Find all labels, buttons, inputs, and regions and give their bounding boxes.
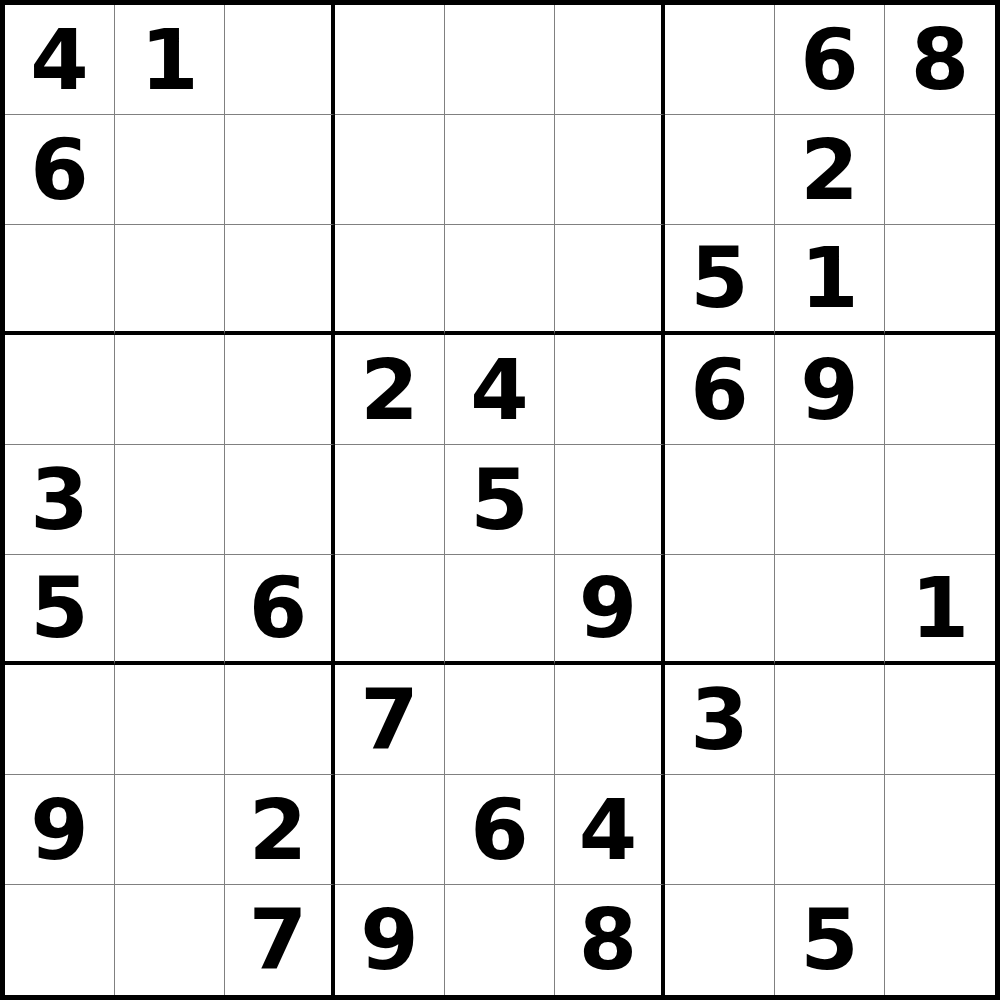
cell-r5c9[interactable] [885, 445, 995, 555]
given-digit: 9 [30, 788, 88, 872]
cell-r2c7[interactable] [665, 115, 775, 225]
given-digit: 3 [690, 678, 748, 762]
cell-r4c5[interactable]: 4 [445, 335, 555, 445]
given-digit: 2 [360, 348, 418, 432]
cell-r3c7[interactable]: 5 [665, 225, 775, 335]
cell-r4c7[interactable]: 6 [665, 335, 775, 445]
cell-r7c9[interactable] [885, 665, 995, 775]
given-digit: 6 [470, 788, 528, 872]
given-digit: 7 [249, 898, 307, 982]
cell-r6c9[interactable]: 1 [885, 555, 995, 665]
given-digit: 5 [470, 458, 528, 542]
cell-r5c3[interactable] [225, 445, 335, 555]
cell-r6c1[interactable]: 5 [5, 555, 115, 665]
given-digit: 8 [579, 898, 637, 982]
cell-r7c4[interactable]: 7 [335, 665, 445, 775]
cell-r7c7[interactable]: 3 [665, 665, 775, 775]
cell-r9c5[interactable] [445, 885, 555, 995]
cell-r3c2[interactable] [115, 225, 225, 335]
cell-r7c1[interactable] [5, 665, 115, 775]
cell-r2c1[interactable]: 6 [5, 115, 115, 225]
cell-r5c1[interactable]: 3 [5, 445, 115, 555]
cell-r1c6[interactable] [555, 5, 665, 115]
cell-r7c3[interactable] [225, 665, 335, 775]
given-digit: 2 [249, 788, 307, 872]
cell-r2c2[interactable] [115, 115, 225, 225]
cell-r8c4[interactable] [335, 775, 445, 885]
given-digit: 9 [800, 348, 858, 432]
cell-r6c6[interactable]: 9 [555, 555, 665, 665]
cell-r3c9[interactable] [885, 225, 995, 335]
cell-r4c2[interactable] [115, 335, 225, 445]
cell-r5c7[interactable] [665, 445, 775, 555]
cell-r3c3[interactable] [225, 225, 335, 335]
cell-r4c8[interactable]: 9 [775, 335, 885, 445]
cell-r3c4[interactable] [335, 225, 445, 335]
cell-r1c2[interactable]: 1 [115, 5, 225, 115]
cell-r9c6[interactable]: 8 [555, 885, 665, 995]
cell-r8c9[interactable] [885, 775, 995, 885]
cell-r3c5[interactable] [445, 225, 555, 335]
given-digit: 9 [360, 898, 418, 982]
cell-r4c4[interactable]: 2 [335, 335, 445, 445]
cell-r1c9[interactable]: 8 [885, 5, 995, 115]
cell-r6c5[interactable] [445, 555, 555, 665]
given-digit: 4 [30, 18, 88, 102]
cell-r2c6[interactable] [555, 115, 665, 225]
cell-r5c2[interactable] [115, 445, 225, 555]
cell-r2c8[interactable]: 2 [775, 115, 885, 225]
cell-r7c6[interactable] [555, 665, 665, 775]
given-digit: 2 [800, 128, 858, 212]
cell-r9c3[interactable]: 7 [225, 885, 335, 995]
given-digit: 9 [579, 566, 637, 650]
cell-r1c4[interactable] [335, 5, 445, 115]
given-digit: 5 [800, 898, 858, 982]
cell-r8c5[interactable]: 6 [445, 775, 555, 885]
cell-r8c8[interactable] [775, 775, 885, 885]
cell-r5c4[interactable] [335, 445, 445, 555]
cell-r8c7[interactable] [665, 775, 775, 885]
cell-r4c1[interactable] [5, 335, 115, 445]
cell-r2c3[interactable] [225, 115, 335, 225]
cell-r6c7[interactable] [665, 555, 775, 665]
given-digit: 8 [911, 18, 969, 102]
cell-r9c1[interactable] [5, 885, 115, 995]
cell-r4c3[interactable] [225, 335, 335, 445]
cell-r3c8[interactable]: 1 [775, 225, 885, 335]
given-digit: 1 [140, 18, 198, 102]
cell-r6c4[interactable] [335, 555, 445, 665]
given-digit: 5 [30, 566, 88, 650]
cell-r7c8[interactable] [775, 665, 885, 775]
cell-r5c6[interactable] [555, 445, 665, 555]
cell-r6c2[interactable] [115, 555, 225, 665]
cell-r9c2[interactable] [115, 885, 225, 995]
cell-r1c8[interactable]: 6 [775, 5, 885, 115]
cell-r9c8[interactable]: 5 [775, 885, 885, 995]
cell-r4c9[interactable] [885, 335, 995, 445]
given-digit: 6 [690, 348, 748, 432]
cell-r9c7[interactable] [665, 885, 775, 995]
given-digit: 6 [30, 128, 88, 212]
cell-r2c4[interactable] [335, 115, 445, 225]
cell-r1c3[interactable] [225, 5, 335, 115]
given-digit: 4 [579, 788, 637, 872]
cell-r6c8[interactable] [775, 555, 885, 665]
given-digit: 5 [690, 236, 748, 320]
given-digit: 6 [800, 18, 858, 102]
cell-r2c9[interactable] [885, 115, 995, 225]
cell-r8c1[interactable]: 9 [5, 775, 115, 885]
cell-r3c6[interactable] [555, 225, 665, 335]
cell-r9c4[interactable]: 9 [335, 885, 445, 995]
cell-r7c5[interactable] [445, 665, 555, 775]
given-digit: 3 [30, 458, 88, 542]
cell-r2c5[interactable] [445, 115, 555, 225]
cell-r3c1[interactable] [5, 225, 115, 335]
cell-r9c9[interactable] [885, 885, 995, 995]
cell-r1c7[interactable] [665, 5, 775, 115]
cell-r8c2[interactable] [115, 775, 225, 885]
cell-r5c8[interactable] [775, 445, 885, 555]
given-digit: 4 [470, 348, 528, 432]
given-digit: 6 [249, 566, 307, 650]
cell-r8c6[interactable]: 4 [555, 775, 665, 885]
cell-r5c5[interactable]: 5 [445, 445, 555, 555]
cell-r1c5[interactable] [445, 5, 555, 115]
cell-r4c6[interactable] [555, 335, 665, 445]
cell-r7c2[interactable] [115, 665, 225, 775]
page-background: 4168625124693556917392647985 [0, 0, 1000, 1000]
cell-r1c1[interactable]: 4 [5, 5, 115, 115]
sudoku-board: 4168625124693556917392647985 [0, 0, 1000, 1000]
given-digit: 1 [800, 236, 858, 320]
given-digit: 7 [360, 678, 418, 762]
given-digit: 1 [911, 566, 969, 650]
cell-r6c3[interactable]: 6 [225, 555, 335, 665]
cell-r8c3[interactable]: 2 [225, 775, 335, 885]
